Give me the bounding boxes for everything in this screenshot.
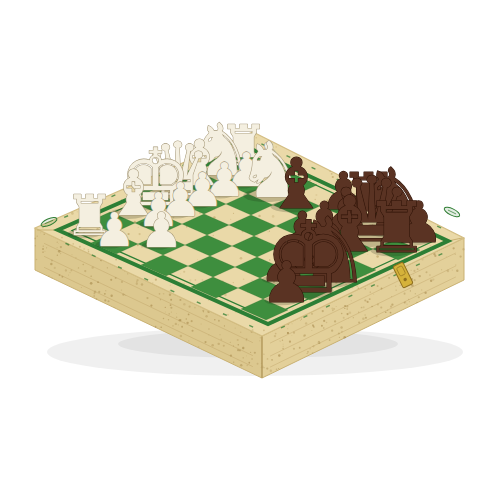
chess-board-scene: ♜♞♟♝♟♛♟♞♚♟♝♟♝♟♜♟♟♞♜♟♛♟♟♟♟♝♜♟♟♞♚♟ [0, 0, 500, 500]
piece-white-pawn-b6[interactable]: ♟ [140, 202, 183, 258]
piece-brown-pawn-b1[interactable]: ♟ [261, 250, 312, 315]
brand-stamp [443, 205, 461, 218]
piece-brown-rook-g1[interactable]: ♜ [365, 187, 428, 269]
chess-set-product-photo: ♜♞♟♝♟♛♟♞♚♟♝♟♝♟♜♟♟♞♜♟♛♟♟♟♟♝♜♟♟♞♚♟ [0, 0, 500, 500]
piece-white-pawn-a7[interactable]: ♟ [94, 203, 136, 257]
